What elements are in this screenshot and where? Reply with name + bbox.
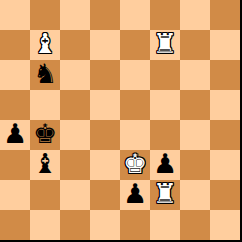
square-h6[interactable] [210,60,240,90]
black-king[interactable]: ♚ [33,119,57,149]
square-f4[interactable] [150,120,180,150]
square-b4[interactable]: ♚ [30,120,60,150]
square-h4[interactable] [210,120,240,150]
square-c4[interactable] [60,120,90,150]
square-a1[interactable] [0,210,30,240]
white-rook[interactable]: ♜ [153,179,177,209]
square-d7[interactable] [90,30,120,60]
square-d2[interactable] [90,180,120,210]
square-a7[interactable] [0,30,30,60]
square-g4[interactable] [180,120,210,150]
black-bishop[interactable]: ♝ [33,149,57,179]
square-a8[interactable] [0,0,30,30]
square-g1[interactable] [180,210,210,240]
square-c5[interactable] [60,90,90,120]
square-h8[interactable] [210,0,240,30]
square-d5[interactable] [90,90,120,120]
square-c2[interactable] [60,180,90,210]
white-bishop[interactable]: ♝ [33,29,57,59]
square-h3[interactable] [210,150,240,180]
square-a3[interactable] [0,150,30,180]
square-b3[interactable]: ♝ [30,150,60,180]
square-f3[interactable]: ♟ [150,150,180,180]
square-e2[interactable]: ♟ [120,180,150,210]
square-b2[interactable] [30,180,60,210]
black-pawn[interactable]: ♟ [3,119,27,149]
chess-board: ♝♜♞♟♚♝♚♟♟♜ [0,0,240,240]
square-e7[interactable] [120,30,150,60]
square-a4[interactable]: ♟ [0,120,30,150]
square-g7[interactable] [180,30,210,60]
square-e6[interactable] [120,60,150,90]
square-c6[interactable] [60,60,90,90]
square-c1[interactable] [60,210,90,240]
black-knight[interactable]: ♞ [33,59,57,89]
square-d4[interactable] [90,120,120,150]
square-d6[interactable] [90,60,120,90]
square-g3[interactable] [180,150,210,180]
square-e8[interactable] [120,0,150,30]
square-d1[interactable] [90,210,120,240]
square-b6[interactable]: ♞ [30,60,60,90]
black-pawn[interactable]: ♟ [153,149,177,179]
square-c3[interactable] [60,150,90,180]
square-a6[interactable] [0,60,30,90]
square-a5[interactable] [0,90,30,120]
black-pawn[interactable]: ♟ [123,179,147,209]
square-g6[interactable] [180,60,210,90]
square-h7[interactable] [210,30,240,60]
square-h1[interactable] [210,210,240,240]
square-a2[interactable] [0,180,30,210]
square-g5[interactable] [180,90,210,120]
square-f8[interactable] [150,0,180,30]
square-d8[interactable] [90,0,120,30]
square-b1[interactable] [30,210,60,240]
square-f5[interactable] [150,90,180,120]
white-rook[interactable]: ♜ [153,29,177,59]
square-b7[interactable]: ♝ [30,30,60,60]
square-g8[interactable] [180,0,210,30]
square-f7[interactable]: ♜ [150,30,180,60]
square-f2[interactable]: ♜ [150,180,180,210]
square-g2[interactable] [180,180,210,210]
square-c7[interactable] [60,30,90,60]
square-b8[interactable] [30,0,60,30]
square-h5[interactable] [210,90,240,120]
square-e5[interactable] [120,90,150,120]
square-e4[interactable] [120,120,150,150]
square-c8[interactable] [60,0,90,30]
square-d3[interactable] [90,150,120,180]
square-f6[interactable] [150,60,180,90]
square-e3[interactable]: ♚ [120,150,150,180]
white-king[interactable]: ♚ [123,149,147,179]
square-b5[interactable] [30,90,60,120]
square-h2[interactable] [210,180,240,210]
square-f1[interactable] [150,210,180,240]
square-e1[interactable] [120,210,150,240]
